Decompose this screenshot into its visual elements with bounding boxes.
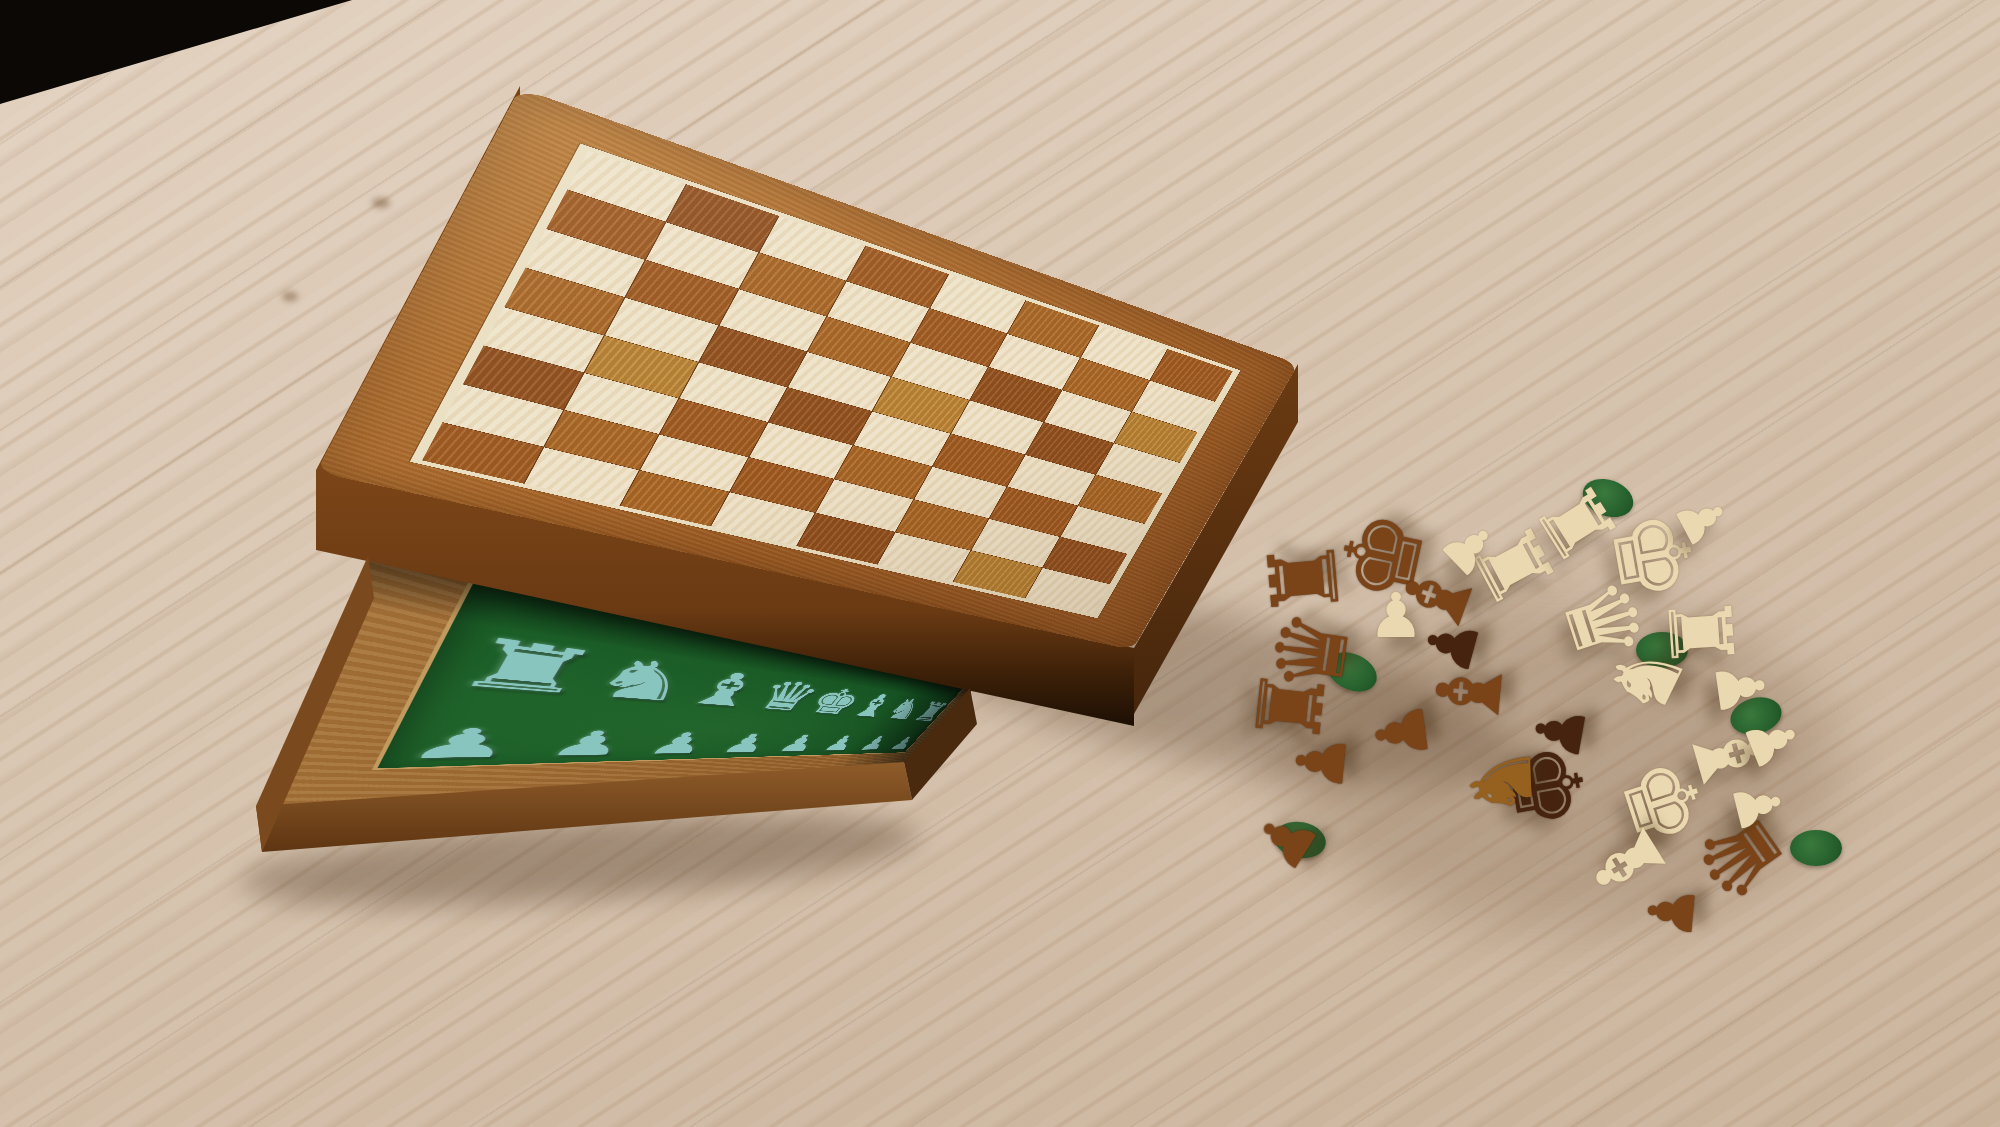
square-f2: [896, 500, 989, 550]
square-e8: [930, 274, 1025, 333]
square-c2: [640, 435, 748, 492]
square-b1: [525, 447, 640, 505]
square-b8: [667, 184, 779, 252]
drawer-front-face: [256, 762, 912, 852]
square-g8: [1081, 325, 1167, 380]
square-a5: [505, 268, 625, 335]
square-c5: [700, 326, 807, 387]
square-c8: [760, 216, 866, 281]
pile-piece-light-pawn: ♟: [1368, 585, 1424, 647]
square-b5: [605, 298, 718, 362]
square-b7: [646, 222, 758, 288]
square-a2: [443, 384, 564, 446]
pile-piece-dark-pawn: ♟: [1287, 730, 1358, 795]
square-a1: [422, 423, 543, 484]
square-f5: [951, 401, 1043, 455]
square-a4: [484, 307, 604, 372]
square-d5: [789, 352, 891, 410]
square-g3: [989, 487, 1077, 537]
drawer-right-face: [904, 688, 977, 800]
square-c4: [680, 362, 787, 422]
square-b4: [585, 336, 698, 398]
square-h3: [1061, 506, 1145, 554]
pile-piece-dark-pawn: ♟: [1524, 698, 1597, 766]
square-a3: [463, 346, 583, 410]
square-g1: [953, 551, 1042, 599]
square-h7: [1132, 381, 1215, 433]
square-f7: [989, 334, 1080, 390]
square-e3: [834, 445, 931, 499]
square-a8: [567, 151, 686, 222]
square-c3: [660, 399, 768, 457]
square-h1: [1025, 568, 1110, 614]
square-h6: [1114, 412, 1197, 463]
square-b6: [626, 260, 739, 325]
square-g4: [1007, 455, 1095, 506]
square-b2: [545, 410, 659, 470]
square-f3: [914, 467, 1006, 519]
square-a7: [546, 190, 665, 260]
square-g2: [971, 519, 1059, 568]
square-c1: [621, 471, 729, 527]
square-h5: [1096, 443, 1179, 493]
square-f8: [1007, 300, 1098, 357]
square-d2: [731, 458, 834, 513]
square-e1: [797, 513, 895, 564]
square-d8: [847, 246, 947, 308]
square-a6: [525, 229, 644, 297]
square-h2: [1043, 537, 1127, 584]
square-h8: [1150, 349, 1233, 401]
square-f6: [970, 367, 1061, 422]
square-d3: [750, 423, 852, 479]
square-g5: [1026, 423, 1113, 475]
square-g6: [1044, 390, 1131, 443]
square-e4: [853, 411, 950, 466]
chess-set-photo: ♜♞♝♛♚♝♞♜ ♟♟♟♟♟♟♟♟ ♜♚: [0, 0, 2000, 1127]
square-f1: [877, 532, 970, 581]
square-g7: [1062, 358, 1149, 412]
square-d6: [808, 317, 909, 376]
square-e2: [815, 479, 912, 532]
square-e5: [872, 377, 968, 433]
square-d7: [828, 282, 929, 343]
square-h4: [1078, 475, 1162, 524]
square-c7: [740, 253, 846, 316]
square-c6: [720, 290, 827, 352]
square-f4: [933, 434, 1025, 487]
square-d4: [769, 388, 871, 445]
square-e6: [891, 343, 987, 400]
square-b3: [565, 373, 679, 434]
square-e7: [910, 309, 1006, 367]
square-d1: [711, 492, 814, 546]
